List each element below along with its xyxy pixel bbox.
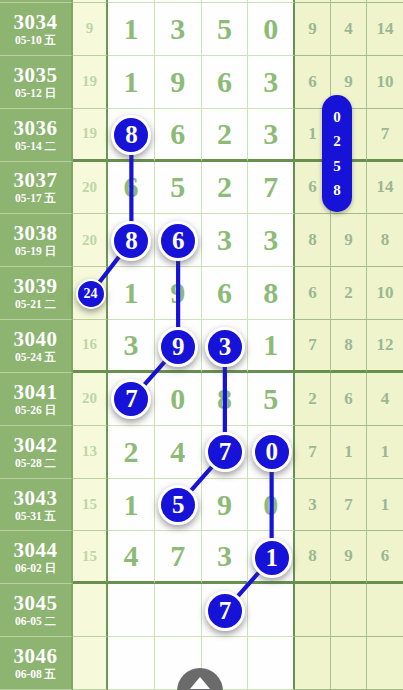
sum-cell: [73, 637, 108, 690]
issue-date: 05-24 五: [15, 351, 56, 364]
digit-cell: 0: [248, 479, 295, 532]
issue-number: 3039: [14, 275, 58, 298]
digit-cell: 3: [248, 214, 295, 267]
digit-cell: 3: [202, 531, 249, 584]
stat-cell: 3: [295, 479, 331, 532]
stat-cell: 9: [331, 214, 367, 267]
issue-cell-3037: 303705-17 五: [0, 162, 73, 215]
digit-cell: 8: [108, 109, 155, 162]
stat-cell: 9: [295, 3, 331, 56]
digit-cell: 3: [155, 3, 202, 56]
digit-cell: 3: [108, 320, 155, 373]
issue-number: 3046: [14, 645, 58, 668]
digit-cell: 3: [202, 320, 249, 373]
sum-cell: 24: [73, 267, 108, 320]
issue-cell-3040: 304005-24 五: [0, 320, 73, 373]
pill-digit: 2: [333, 133, 341, 149]
digit-cell: 1: [248, 531, 295, 584]
sum-cell: 9: [73, 3, 108, 56]
stat-cell: 7: [295, 426, 331, 479]
issue-date: 05-28 二: [15, 457, 56, 470]
digit-cell: 1: [108, 56, 155, 109]
pill-digit: 8: [333, 182, 341, 198]
digit-cell: 4: [155, 426, 202, 479]
stat-cell: [331, 637, 367, 690]
digit-cell: 6: [155, 214, 202, 267]
issue-date: 06-02 日: [15, 562, 56, 575]
stat-cell: 2: [295, 373, 331, 426]
digit-cell: 1: [248, 320, 295, 373]
digit-cell: 3: [248, 56, 295, 109]
digit-cell: [248, 637, 295, 690]
issue-date: 05-31 五: [15, 510, 56, 523]
stat-cell: 8: [367, 214, 403, 267]
lottery-trend-chart: 303405-10 五913509414303505-12 日191963691…: [0, 0, 403, 690]
digit-cell: 7: [202, 426, 249, 479]
digit-cell: 6: [202, 267, 249, 320]
digit-cell: 9: [155, 320, 202, 373]
digit-cell: 0: [248, 3, 295, 56]
stat-cell: [295, 584, 331, 637]
sum-cell: 19: [73, 56, 108, 109]
sum-cell: 16: [73, 320, 108, 373]
stat-cell: 7: [295, 320, 331, 373]
digit-cell: [155, 584, 202, 637]
issue-cell-3046: 304606-08 五: [0, 637, 73, 690]
stat-cell: [331, 584, 367, 637]
digit-cell: 7: [248, 162, 295, 215]
issue-cell-3036: 303605-14 二: [0, 109, 73, 162]
digit-cell: 2: [202, 109, 249, 162]
issue-date: 05-19 日: [15, 245, 56, 258]
pill-digit: 0: [333, 109, 341, 125]
stat-cell: 9: [331, 531, 367, 584]
digit-cell: 8: [202, 373, 249, 426]
digit-cell: 5: [155, 162, 202, 215]
digit-cell: [108, 584, 155, 637]
stat-cell: 7: [331, 479, 367, 532]
issue-number: 3041: [14, 381, 58, 404]
sum-cell: 19: [73, 109, 108, 162]
digit-cell: 8: [108, 214, 155, 267]
digit-cell: 0: [248, 426, 295, 479]
issue-number: 3043: [14, 487, 58, 510]
issue-cell-3039: 303905-21 二: [0, 267, 73, 320]
issue-date: 05-26 日: [15, 404, 56, 417]
issue-cell-3034: 303405-10 五: [0, 3, 73, 56]
up-arrow-icon: [190, 677, 210, 689]
stat-cell: 14: [367, 162, 403, 215]
stat-cell: 10: [367, 267, 403, 320]
stat-cell: [367, 637, 403, 690]
digit-cell: 9: [155, 56, 202, 109]
issue-number: 3040: [14, 328, 58, 351]
issue-cell-3041: 304105-26 日: [0, 373, 73, 426]
digit-cell: 0: [155, 373, 202, 426]
stat-cell: 1: [367, 479, 403, 532]
sum-cell: 20: [73, 162, 108, 215]
issue-cell-3042: 304205-28 二: [0, 426, 73, 479]
digit-cell: 1: [108, 3, 155, 56]
stat-cell: [367, 584, 403, 637]
issue-number: 3044: [14, 539, 58, 562]
digit-cell: 6: [155, 109, 202, 162]
digit-cell: 9: [155, 267, 202, 320]
stat-cell: 2: [331, 267, 367, 320]
digit-cell: 7: [108, 373, 155, 426]
issue-cell-3044: 304406-02 日: [0, 531, 73, 584]
digit-cell: 9: [202, 479, 249, 532]
issue-cell-3038: 303805-19 日: [0, 214, 73, 267]
stat-cell: [295, 637, 331, 690]
stat-cell: 8: [295, 214, 331, 267]
issue-number: 3036: [14, 117, 58, 140]
digits-pill-overlay: 0258: [322, 95, 352, 212]
issue-date: 06-05 二: [15, 615, 56, 628]
digit-cell: 5: [248, 373, 295, 426]
stat-cell: 8: [295, 531, 331, 584]
digit-cell: 3: [202, 214, 249, 267]
stat-cell: 6: [295, 267, 331, 320]
issue-number: 3045: [14, 592, 58, 615]
digit-cell: 2: [108, 426, 155, 479]
digit-cell: 5: [202, 3, 249, 56]
sum-cell: 15: [73, 479, 108, 532]
issue-cell-3045: 304506-05 二: [0, 584, 73, 637]
stat-cell: 4: [331, 3, 367, 56]
issue-number: 3034: [14, 11, 58, 34]
digit-cell: 7: [155, 531, 202, 584]
stat-cell: 1: [367, 426, 403, 479]
digit-cell: 6: [202, 56, 249, 109]
issue-date: 05-12 日: [15, 87, 56, 100]
stat-cell: 6: [331, 373, 367, 426]
stat-cell: 10: [367, 56, 403, 109]
digit-cell: [108, 637, 155, 690]
stat-cell: 1: [331, 426, 367, 479]
issue-date: 05-14 二: [15, 140, 56, 153]
stat-cell: 14: [367, 3, 403, 56]
sum-cell: [73, 584, 108, 637]
pill-digit: 5: [333, 158, 341, 174]
issue-number: 3038: [14, 222, 58, 245]
issue-cell-3035: 303505-12 日: [0, 56, 73, 109]
issue-number: 3037: [14, 169, 58, 192]
issue-cell-3043: 304305-31 五: [0, 479, 73, 532]
issue-number: 3035: [14, 64, 58, 87]
stat-cell: 12: [367, 320, 403, 373]
stat-cell: 6: [367, 531, 403, 584]
sum-cell: 13: [73, 426, 108, 479]
sum-cell: 20: [73, 373, 108, 426]
sum-cell: 20: [73, 214, 108, 267]
issue-date: 06-08 五: [15, 668, 56, 681]
issue-date: 05-21 二: [15, 298, 56, 311]
issue-date: 05-10 五: [15, 34, 56, 47]
digit-cell: 6: [108, 162, 155, 215]
stat-cell: 4: [367, 373, 403, 426]
digit-cell: 3: [248, 109, 295, 162]
digit-cell: 1: [108, 267, 155, 320]
stat-cell: 7: [367, 109, 403, 162]
sum-cell: 15: [73, 531, 108, 584]
digit-cell: [248, 584, 295, 637]
digit-cell: 8: [248, 267, 295, 320]
issue-number: 3042: [14, 434, 58, 457]
stat-cell: 8: [331, 320, 367, 373]
digit-cell: 5: [155, 479, 202, 532]
digit-cell: 4: [108, 531, 155, 584]
digit-cell: 2: [202, 162, 249, 215]
digit-cell: [202, 584, 249, 637]
digit-cell: 1: [108, 479, 155, 532]
issue-date: 05-17 五: [15, 192, 56, 205]
